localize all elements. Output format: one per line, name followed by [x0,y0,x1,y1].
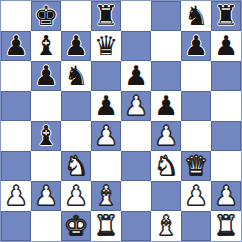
square-g3[interactable]: ♛ [181,151,211,181]
square-e2[interactable] [121,181,151,211]
white-pawn: ♟ [214,182,238,209]
square-g6[interactable] [181,61,211,91]
black-bishop: ♝ [34,32,58,59]
white-king: ♚ [64,212,88,239]
black-pawn: ♟ [34,62,58,89]
square-d8[interactable]: ♜ [91,1,121,31]
square-f3[interactable]: ♞ [151,151,181,181]
square-h1[interactable]: ♜ [211,211,241,241]
white-pawn: ♟ [154,122,178,149]
square-g5[interactable] [181,91,211,121]
square-f8[interactable] [151,1,181,31]
square-c2[interactable]: ♟ [61,181,91,211]
white-pawn: ♟ [184,182,208,209]
chess-board: ♚♜♞♜♟♝♟♛♟♟♟♞♟♟♟♟♝♟♟♞♞♛♟♟♟♝♟♟♚♜♝♜ [0,0,242,242]
white-knight: ♞ [154,152,178,179]
black-knight: ♞ [64,62,88,89]
square-h2[interactable]: ♟ [211,181,241,211]
square-c4[interactable] [61,121,91,151]
square-g8[interactable]: ♞ [181,1,211,31]
square-a4[interactable] [1,121,31,151]
square-b7[interactable]: ♝ [31,31,61,61]
square-e4[interactable] [121,121,151,151]
white-bishop: ♝ [94,182,118,209]
square-f4[interactable]: ♟ [151,121,181,151]
square-a5[interactable] [1,91,31,121]
black-pawn: ♟ [154,92,178,119]
white-pawn: ♟ [4,182,28,209]
square-g4[interactable] [181,121,211,151]
square-c7[interactable]: ♟ [61,31,91,61]
square-a6[interactable] [1,61,31,91]
square-c1[interactable]: ♚ [61,211,91,241]
black-pawn: ♟ [64,32,88,59]
square-d6[interactable] [91,61,121,91]
square-a2[interactable]: ♟ [1,181,31,211]
square-c5[interactable] [61,91,91,121]
square-b3[interactable] [31,151,61,181]
square-f6[interactable] [151,61,181,91]
square-h8[interactable]: ♜ [211,1,241,31]
square-e1[interactable] [121,211,151,241]
square-g1[interactable] [181,211,211,241]
square-g7[interactable]: ♟ [181,31,211,61]
square-h6[interactable] [211,61,241,91]
black-knight: ♞ [184,2,208,29]
white-rook: ♜ [214,212,238,239]
black-queen: ♛ [94,32,118,59]
square-b1[interactable] [31,211,61,241]
square-f7[interactable] [151,31,181,61]
square-c6[interactable]: ♞ [61,61,91,91]
square-b4[interactable]: ♝ [31,121,61,151]
square-c3[interactable]: ♞ [61,151,91,181]
white-bishop: ♝ [154,212,178,239]
square-a8[interactable] [1,1,31,31]
white-queen: ♛ [184,152,208,179]
square-b5[interactable] [31,91,61,121]
square-f2[interactable] [151,181,181,211]
black-rook: ♜ [214,2,238,29]
square-e3[interactable] [121,151,151,181]
square-a1[interactable] [1,211,31,241]
square-a7[interactable]: ♟ [1,31,31,61]
square-h5[interactable] [211,91,241,121]
square-b6[interactable]: ♟ [31,61,61,91]
square-d7[interactable]: ♛ [91,31,121,61]
white-pawn: ♟ [124,92,148,119]
square-a3[interactable] [1,151,31,181]
black-king: ♚ [34,2,58,29]
square-f5[interactable]: ♟ [151,91,181,121]
black-bishop: ♝ [34,122,58,149]
square-d1[interactable]: ♜ [91,211,121,241]
square-h4[interactable] [211,121,241,151]
white-knight: ♞ [64,152,88,179]
black-rook: ♜ [94,2,118,29]
white-pawn: ♟ [34,182,58,209]
square-f1[interactable]: ♝ [151,211,181,241]
square-g2[interactable]: ♟ [181,181,211,211]
square-h7[interactable]: ♟ [211,31,241,61]
square-d3[interactable] [91,151,121,181]
square-b8[interactable]: ♚ [31,1,61,31]
square-c8[interactable] [61,1,91,31]
black-pawn: ♟ [214,32,238,59]
white-pawn: ♟ [94,122,118,149]
square-e7[interactable] [121,31,151,61]
square-e8[interactable] [121,1,151,31]
white-pawn: ♟ [64,182,88,209]
square-e5[interactable]: ♟ [121,91,151,121]
square-e6[interactable]: ♟ [121,61,151,91]
square-d5[interactable]: ♟ [91,91,121,121]
black-pawn: ♟ [4,32,28,59]
square-d4[interactable]: ♟ [91,121,121,151]
black-pawn: ♟ [124,62,148,89]
square-h3[interactable] [211,151,241,181]
black-pawn: ♟ [184,32,208,59]
square-d2[interactable]: ♝ [91,181,121,211]
square-b2[interactable]: ♟ [31,181,61,211]
white-rook: ♜ [94,212,118,239]
black-pawn: ♟ [94,92,118,119]
